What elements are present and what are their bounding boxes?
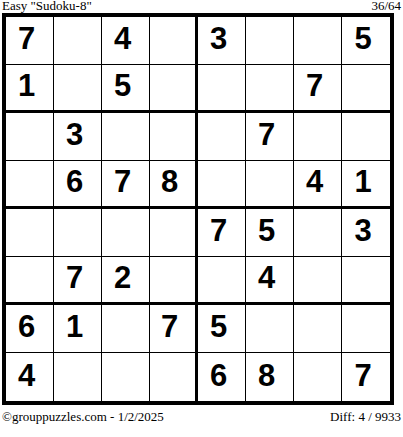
puzzle-page: Easy "Sudoku-8" 36/64 743515737678417537…: [0, 0, 403, 437]
given-cell-r5c8: 3: [342, 209, 390, 257]
given-cell-r4c4: 8: [150, 161, 198, 209]
empty-cell-r2c8[interactable]: [342, 65, 390, 113]
empty-cell-r1c6[interactable]: [246, 17, 294, 65]
given-cell-r8c1: 4: [6, 353, 54, 401]
given-cell-r5c6: 5: [246, 209, 294, 257]
empty-cell-r7c8[interactable]: [342, 305, 390, 353]
given-cell-r8c6: 8: [246, 353, 294, 401]
given-cell-r4c8: 1: [342, 161, 390, 209]
empty-cell-r5c2[interactable]: [54, 209, 102, 257]
empty-cell-r3c5[interactable]: [198, 113, 246, 161]
empty-cell-r5c1[interactable]: [6, 209, 54, 257]
empty-cell-r1c2[interactable]: [54, 17, 102, 65]
empty-cell-r2c5[interactable]: [198, 65, 246, 113]
given-cell-r4c3: 7: [102, 161, 150, 209]
empty-cell-r3c7[interactable]: [294, 113, 342, 161]
empty-cell-r8c7[interactable]: [294, 353, 342, 401]
empty-cell-r7c7[interactable]: [294, 305, 342, 353]
given-cell-r1c8: 5: [342, 17, 390, 65]
given-cell-r7c1: 6: [6, 305, 54, 353]
empty-cell-r1c7[interactable]: [294, 17, 342, 65]
empty-cell-r6c8[interactable]: [342, 257, 390, 305]
empty-cell-r8c2[interactable]: [54, 353, 102, 401]
empty-cell-r3c4[interactable]: [150, 113, 198, 161]
empty-cell-r1c4[interactable]: [150, 17, 198, 65]
given-cell-r6c3: 2: [102, 257, 150, 305]
given-cell-r8c8: 7: [342, 353, 390, 401]
sudoku-grid: 7435157376784175372461754687: [2, 13, 394, 405]
empty-cell-r3c1[interactable]: [6, 113, 54, 161]
given-cell-r7c2: 1: [54, 305, 102, 353]
empty-cell-r6c5[interactable]: [198, 257, 246, 305]
given-cell-r4c2: 6: [54, 161, 102, 209]
empty-cell-r6c4[interactable]: [150, 257, 198, 305]
difficulty-text: Diff: 4 / 9933: [330, 410, 401, 424]
copyright-text: ©grouppuzzles.com - 1/2/2025: [2, 410, 164, 424]
header: Easy "Sudoku-8" 36/64: [0, 0, 403, 13]
puzzle-title: Easy "Sudoku-8": [2, 0, 92, 12]
empty-cell-r5c4[interactable]: [150, 209, 198, 257]
given-cell-r1c1: 7: [6, 17, 54, 65]
empty-cell-r3c3[interactable]: [102, 113, 150, 161]
given-cell-r3c6: 7: [246, 113, 294, 161]
empty-cell-r2c2[interactable]: [54, 65, 102, 113]
given-cell-r2c1: 1: [6, 65, 54, 113]
empty-cell-r5c7[interactable]: [294, 209, 342, 257]
empty-cell-r8c3[interactable]: [102, 353, 150, 401]
empty-cell-r6c7[interactable]: [294, 257, 342, 305]
given-cell-r1c5: 3: [198, 17, 246, 65]
given-cell-r8c5: 6: [198, 353, 246, 401]
footer: ©grouppuzzles.com - 1/2/2025 Diff: 4 / 9…: [0, 405, 403, 424]
empty-cell-r3c8[interactable]: [342, 113, 390, 161]
empty-cell-r7c6[interactable]: [246, 305, 294, 353]
given-cell-r1c3: 4: [102, 17, 150, 65]
given-cell-r2c7: 7: [294, 65, 342, 113]
empty-cell-r7c3[interactable]: [102, 305, 150, 353]
empty-cell-r8c4[interactable]: [150, 353, 198, 401]
empty-cell-r4c1[interactable]: [6, 161, 54, 209]
empty-cell-r2c4[interactable]: [150, 65, 198, 113]
given-cell-r4c7: 4: [294, 161, 342, 209]
empty-cell-r4c6[interactable]: [246, 161, 294, 209]
given-cell-r6c2: 7: [54, 257, 102, 305]
empty-cell-r6c1[interactable]: [6, 257, 54, 305]
empty-cell-r2c6[interactable]: [246, 65, 294, 113]
given-cell-r2c3: 5: [102, 65, 150, 113]
empty-cell-r5c3[interactable]: [102, 209, 150, 257]
given-cell-r3c2: 3: [54, 113, 102, 161]
given-cell-r7c5: 5: [198, 305, 246, 353]
cell-counter: 36/64: [371, 0, 401, 12]
given-cell-r6c6: 4: [246, 257, 294, 305]
given-cell-r7c4: 7: [150, 305, 198, 353]
empty-cell-r4c5[interactable]: [198, 161, 246, 209]
given-cell-r5c5: 7: [198, 209, 246, 257]
